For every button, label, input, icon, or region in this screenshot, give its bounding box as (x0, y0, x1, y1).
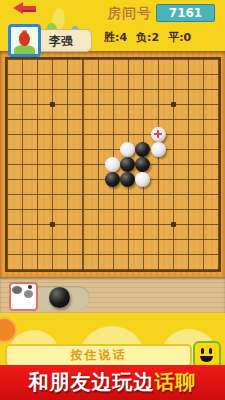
banner-text-white: 和朋友边玩边 (29, 370, 155, 394)
hold-to-talk-button[interactable]: 按住说话 (5, 344, 192, 367)
board-wood-background (0, 51, 225, 277)
smiley-face-icon (201, 348, 204, 354)
white-stone (105, 157, 120, 172)
star-point (171, 222, 176, 227)
banner-text-yellow: 话聊 (155, 370, 197, 394)
promo-banner[interactable]: 和朋友边玩边话聊 (0, 365, 225, 400)
player-top-stats: 胜:4 负:2 平:0 (104, 30, 191, 45)
rooster-avatar-art (19, 32, 30, 46)
last-move-marker (151, 127, 166, 142)
black-stone (120, 157, 135, 172)
header-bar: 房间号 7161 李强 胜:4 负:2 平:0 (0, 0, 225, 51)
footer-area: 按住说话 和朋友边玩边话聊 (0, 313, 225, 400)
stone-color-tray (32, 286, 90, 310)
stat-draws: 平:0 (168, 30, 191, 45)
player-top-name: 李强 (49, 33, 73, 50)
cat-avatar-art (12, 286, 22, 294)
star-point (50, 102, 55, 107)
white-stone (135, 172, 150, 187)
stat-losses: 负:2 (136, 30, 159, 45)
board-grid[interactable] (7, 59, 219, 270)
player-top-name-pill: 李强 (34, 29, 92, 52)
bottom-player-tray (0, 277, 225, 313)
black-stone (105, 172, 120, 187)
star-point (50, 222, 55, 227)
black-stone (135, 157, 150, 172)
white-stone (151, 127, 166, 142)
room-number-value: 7161 (156, 4, 215, 22)
room-number-label: 房间号 (107, 5, 152, 23)
bottom-player-black-stone (49, 287, 70, 308)
white-stone (120, 142, 135, 157)
gomoku-app-screen: 房间号 7161 李强 胜:4 负:2 平:0 (0, 0, 225, 400)
back-button[interactable] (13, 2, 37, 15)
white-stone (151, 142, 166, 157)
black-stone (120, 172, 135, 187)
star-point (171, 102, 176, 107)
player-top-avatar (8, 24, 41, 57)
black-stone (135, 142, 150, 157)
player-bottom-avatar (9, 282, 38, 311)
stat-wins: 胜:4 (104, 30, 127, 45)
